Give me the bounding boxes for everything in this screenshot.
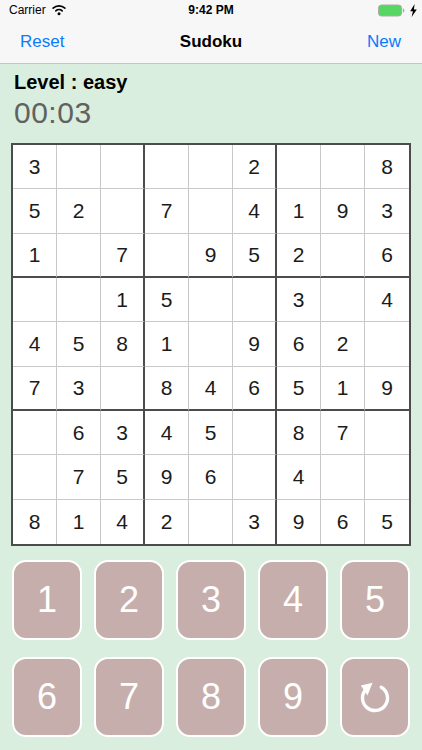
sudoku-cell[interactable]: 7 — [145, 189, 189, 233]
sudoku-cell[interactable]: 5 — [365, 500, 409, 544]
level-label: Level : easy — [14, 71, 127, 94]
number-keypad: 1 2 3 4 5 6 7 8 9 — [12, 560, 410, 737]
sudoku-cell[interactable] — [321, 455, 365, 499]
key-6[interactable]: 6 — [12, 657, 82, 737]
sudoku-cell[interactable]: 6 — [233, 367, 277, 411]
sudoku-cell[interactable]: 4 — [145, 411, 189, 455]
sudoku-cell[interactable]: 6 — [365, 234, 409, 278]
new-game-button[interactable]: New — [367, 20, 401, 63]
sudoku-cell[interactable]: 3 — [365, 189, 409, 233]
sudoku-cell[interactable]: 7 — [321, 411, 365, 455]
sudoku-cell[interactable]: 1 — [321, 367, 365, 411]
sudoku-cell[interactable]: 5 — [233, 234, 277, 278]
sudoku-cell[interactable] — [57, 278, 101, 322]
charging-bolt-icon — [409, 4, 418, 17]
sudoku-cell[interactable]: 1 — [277, 189, 321, 233]
sudoku-cell[interactable]: 8 — [145, 367, 189, 411]
key-9[interactable]: 9 — [258, 657, 328, 737]
sudoku-cell[interactable]: 1 — [13, 234, 57, 278]
sudoku-cell[interactable]: 8 — [13, 500, 57, 544]
sudoku-cell[interactable] — [233, 278, 277, 322]
sudoku-cell[interactable]: 4 — [189, 367, 233, 411]
key-1[interactable]: 1 — [12, 560, 82, 640]
sudoku-cell[interactable] — [101, 189, 145, 233]
sudoku-cell[interactable] — [101, 145, 145, 189]
sudoku-cell[interactable]: 3 — [277, 278, 321, 322]
sudoku-cell[interactable]: 6 — [277, 322, 321, 366]
reset-button[interactable]: Reset — [20, 20, 64, 63]
sudoku-cell[interactable]: 1 — [57, 500, 101, 544]
sudoku-cell[interactable]: 5 — [101, 455, 145, 499]
sudoku-cell[interactable]: 5 — [145, 278, 189, 322]
key-7[interactable]: 7 — [94, 657, 164, 737]
status-bar: Carrier 9:42 PM — [0, 0, 422, 20]
sudoku-cell[interactable] — [365, 411, 409, 455]
undo-icon — [353, 675, 397, 719]
sudoku-cell[interactable]: 4 — [233, 189, 277, 233]
sudoku-cell[interactable]: 5 — [57, 322, 101, 366]
sudoku-cell[interactable]: 4 — [13, 322, 57, 366]
sudoku-cell[interactable]: 9 — [321, 189, 365, 233]
status-right — [378, 0, 418, 20]
sudoku-cell[interactable]: 7 — [57, 455, 101, 499]
sudoku-cell[interactable]: 5 — [13, 189, 57, 233]
sudoku-cell[interactable]: 1 — [145, 322, 189, 366]
sudoku-cell[interactable]: 2 — [321, 322, 365, 366]
key-4[interactable]: 4 — [258, 560, 328, 640]
sudoku-cell[interactable]: 9 — [189, 234, 233, 278]
sudoku-cell[interactable] — [145, 145, 189, 189]
sudoku-cell[interactable] — [233, 411, 277, 455]
sudoku-cell[interactable]: 6 — [321, 500, 365, 544]
battery-icon — [378, 4, 407, 17]
sudoku-cell[interactable]: 1 — [101, 278, 145, 322]
sudoku-cell[interactable]: 2 — [277, 234, 321, 278]
sudoku-cell[interactable]: 8 — [101, 322, 145, 366]
sudoku-cell[interactable]: 6 — [189, 455, 233, 499]
sudoku-cell[interactable]: 5 — [277, 367, 321, 411]
undo-button[interactable] — [340, 657, 410, 737]
sudoku-cell[interactable] — [321, 234, 365, 278]
sudoku-cell[interactable]: 9 — [233, 322, 277, 366]
game-info: Level : easy 00:03 — [14, 71, 127, 130]
sudoku-cell[interactable] — [189, 189, 233, 233]
sudoku-cell[interactable]: 3 — [57, 367, 101, 411]
sudoku-cell[interactable] — [57, 145, 101, 189]
sudoku-cell[interactable] — [321, 145, 365, 189]
app-screen: Carrier 9:42 PM Reset Sudoku New Level :… — [0, 0, 422, 750]
sudoku-cell[interactable] — [57, 234, 101, 278]
sudoku-cell[interactable]: 9 — [365, 367, 409, 411]
sudoku-grid: 3285274193179526153445819627384651963458… — [11, 143, 411, 546]
sudoku-cell[interactable]: 2 — [145, 500, 189, 544]
sudoku-cell[interactable]: 8 — [365, 145, 409, 189]
sudoku-cell[interactable]: 2 — [233, 145, 277, 189]
key-5[interactable]: 5 — [340, 560, 410, 640]
sudoku-cell[interactable]: 2 — [57, 189, 101, 233]
sudoku-cell[interactable]: 9 — [145, 455, 189, 499]
sudoku-cell[interactable]: 4 — [365, 278, 409, 322]
sudoku-cell[interactable] — [13, 278, 57, 322]
sudoku-cell[interactable] — [365, 322, 409, 366]
sudoku-cell[interactable]: 4 — [101, 500, 145, 544]
sudoku-cell[interactable] — [13, 455, 57, 499]
sudoku-cell[interactable] — [145, 234, 189, 278]
sudoku-cell[interactable]: 9 — [277, 500, 321, 544]
sudoku-cell[interactable]: 7 — [101, 234, 145, 278]
sudoku-cell[interactable]: 8 — [277, 411, 321, 455]
sudoku-cell[interactable] — [321, 278, 365, 322]
clock: 9:42 PM — [0, 3, 422, 17]
sudoku-cell[interactable]: 3 — [13, 145, 57, 189]
timer: 00:03 — [14, 96, 127, 130]
key-2[interactable]: 2 — [94, 560, 164, 640]
key-8[interactable]: 8 — [176, 657, 246, 737]
nav-bar: Reset Sudoku New — [0, 20, 422, 64]
sudoku-cell[interactable]: 6 — [57, 411, 101, 455]
sudoku-cell[interactable] — [189, 322, 233, 366]
sudoku-cell[interactable] — [13, 411, 57, 455]
sudoku-cell[interactable]: 3 — [233, 500, 277, 544]
sudoku-cell[interactable]: 4 — [277, 455, 321, 499]
sudoku-cell[interactable] — [365, 455, 409, 499]
sudoku-cell[interactable] — [233, 455, 277, 499]
sudoku-cell[interactable]: 3 — [101, 411, 145, 455]
sudoku-cell[interactable] — [189, 278, 233, 322]
key-3[interactable]: 3 — [176, 560, 246, 640]
sudoku-cell[interactable] — [189, 500, 233, 544]
sudoku-cell[interactable] — [189, 145, 233, 189]
sudoku-cell[interactable]: 7 — [13, 367, 57, 411]
sudoku-cell[interactable] — [277, 145, 321, 189]
sudoku-cell[interactable] — [101, 367, 145, 411]
sudoku-cell[interactable]: 5 — [189, 411, 233, 455]
